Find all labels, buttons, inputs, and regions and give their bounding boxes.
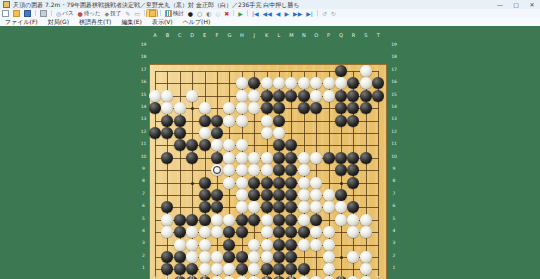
- toolbar-separator: [233, 10, 234, 16]
- window-title: 天頂の囲碁 7.2m・79年囲碁棋戦挑戦者決定戦／至野光丸（黒）対 金正郎（白）…: [13, 0, 492, 9]
- white-stone-H18: [236, 77, 248, 89]
- black-stone-D12: [186, 152, 198, 164]
- coord-number-left: 17: [139, 67, 148, 73]
- white-stone-P9: [323, 189, 335, 201]
- white-stone-R6: [347, 226, 359, 238]
- coord-letter-top: M: [285, 32, 297, 38]
- white-stone-N9: [298, 189, 310, 201]
- coord-number-right: 6: [389, 203, 399, 209]
- edit-pencil-button[interactable]: ✎: [124, 10, 132, 17]
- white-stone-L18: [273, 77, 285, 89]
- nav-forward10-button[interactable]: ▶▶: [292, 10, 304, 17]
- coord-letter-top: N: [298, 32, 310, 38]
- white-stone-G7: [223, 214, 235, 226]
- white-stone-R4: [347, 251, 359, 263]
- coord-number-left: 11: [139, 141, 148, 147]
- white-stone-F13: [211, 139, 223, 151]
- black-stone-T17: [372, 90, 384, 102]
- coord-letter-bottom: K: [261, 275, 273, 279]
- erase-icon: ◇: [216, 10, 221, 17]
- delete-button[interactable]: ✖: [223, 10, 231, 17]
- maximize-button[interactable]: ▢: [508, 0, 524, 9]
- white-stone-P6: [323, 226, 335, 238]
- toolbar-separator: [317, 10, 318, 16]
- white-stone-S6: [360, 226, 372, 238]
- coord-number-right: 4: [389, 228, 399, 234]
- black-stone-P12: [323, 152, 335, 164]
- white-stone-M18: [285, 77, 297, 89]
- coord-number-right: 1: [389, 265, 399, 271]
- white-stone-N8: [298, 201, 310, 213]
- white-stone-P5: [323, 239, 335, 251]
- black-stone-L11: [273, 164, 285, 176]
- board-panel-icon: [149, 10, 156, 17]
- coord-letter-bottom: Q: [335, 275, 347, 279]
- black-stone-E8: [199, 201, 211, 213]
- black-stone-F12: [211, 152, 223, 164]
- black-stone-R12: [347, 152, 359, 164]
- coord-number-left: 16: [139, 79, 148, 85]
- toolbar-separator: [35, 10, 36, 16]
- white-stone-H8: [236, 201, 248, 213]
- coord-letter-top: P: [323, 32, 335, 38]
- black-stone-C15: [174, 115, 186, 127]
- black-stone-J10: [248, 177, 260, 189]
- analysis-icon: [165, 10, 172, 17]
- menu-item-3[interactable]: 編集(E): [116, 17, 146, 26]
- coord-letter-bottom: T: [372, 275, 384, 279]
- coord-number-left: 18: [139, 54, 148, 60]
- rotate-right-button[interactable]: ↻: [329, 10, 337, 17]
- white-stone-Q8: [335, 201, 347, 213]
- black-stone-K3: [261, 263, 273, 275]
- white-stone-G15: [223, 115, 235, 127]
- coord-number-left: 2: [139, 253, 148, 259]
- board-grid[interactable]: [155, 71, 379, 279]
- white-stone-O12: [310, 152, 322, 164]
- black-stone-C6: [174, 226, 186, 238]
- menu-item-1[interactable]: 対局(G): [43, 17, 74, 26]
- white-stone-H13: [236, 139, 248, 151]
- nav-back-icon: ◀: [276, 10, 281, 17]
- black-stone-tool[interactable]: ●: [186, 10, 194, 17]
- toolbar-separator: [160, 10, 161, 16]
- coord-letter-top: S: [360, 32, 372, 38]
- black-stone-M7: [285, 214, 297, 226]
- alternate-stone-icon: ◐: [206, 10, 211, 17]
- white-stone-S19: [360, 65, 372, 77]
- white-stone-N12: [298, 152, 310, 164]
- black-stone-M10: [285, 177, 297, 189]
- coord-letter-bottom: P: [323, 275, 335, 279]
- black-stone-R10: [347, 177, 359, 189]
- coord-letter-top: C: [174, 32, 186, 38]
- black-stone-C14: [174, 127, 186, 139]
- white-stone-O6: [310, 226, 322, 238]
- white-stone-K11: [261, 164, 273, 176]
- menu-item-0[interactable]: ファイル(F): [0, 17, 43, 26]
- nav-first-icon: |◀: [252, 10, 259, 17]
- black-stone-M17: [285, 90, 297, 102]
- white-stone-H10: [236, 177, 248, 189]
- black-stone-S17: [360, 90, 372, 102]
- black-stone-A16: [149, 102, 161, 114]
- black-stone-R16: [347, 102, 359, 114]
- white-stone-E3: [199, 263, 211, 275]
- white-stone-E5: [199, 239, 211, 251]
- client-area: AABBCCDDEEFFGGHHJJKKLLMMNNOOPPQQRRSSTT19…: [0, 26, 540, 279]
- white-stone-J16: [248, 102, 260, 114]
- black-stone-E9: [199, 189, 211, 201]
- alternate-stone-tool[interactable]: ◐: [205, 10, 213, 17]
- new-file-button[interactable]: [1, 10, 11, 17]
- minimize-button[interactable]: —: [492, 0, 508, 9]
- white-stone-J3: [248, 263, 260, 275]
- white-stone-D4: [186, 251, 198, 263]
- white-stone-K12: [261, 152, 273, 164]
- coord-letter-bottom: C: [174, 275, 186, 279]
- black-stone-K9: [261, 189, 273, 201]
- comment-icon: ▭: [134, 10, 140, 17]
- toolbar-separator: [51, 10, 52, 16]
- black-stone-L3: [273, 263, 285, 275]
- white-stone-G10: [223, 177, 235, 189]
- new-file-icon: [2, 10, 9, 17]
- white-stone-icon: ○: [197, 10, 202, 17]
- white-stone-P3: [323, 263, 335, 275]
- star-point: [340, 256, 343, 259]
- white-stone-K15: [261, 115, 273, 127]
- coord-letter-top: F: [211, 32, 223, 38]
- coord-number-right: 9: [389, 166, 399, 172]
- app-window: 天頂の囲碁 7.2m・79年囲碁棋戦挑戦者決定戦／至野光丸（黒）対 金正郎（白）…: [0, 0, 540, 279]
- coord-number-right: 19: [389, 42, 399, 48]
- coord-letter-top: E: [199, 32, 211, 38]
- black-stone-C7: [174, 214, 186, 226]
- black-stone-E7: [199, 214, 211, 226]
- white-stone-K18: [261, 77, 273, 89]
- nav-forward-button[interactable]: ▶: [283, 10, 291, 17]
- white-stone-J12: [248, 152, 260, 164]
- black-stone-M8: [285, 201, 297, 213]
- black-stone-K16: [261, 102, 273, 114]
- black-stone-R18: [347, 77, 359, 89]
- white-stone-P18: [323, 77, 335, 89]
- menu-item-4[interactable]: 表示(V): [147, 17, 178, 26]
- black-stone-N17: [298, 90, 310, 102]
- black-stone-D13: [186, 139, 198, 151]
- black-stone-E10: [199, 177, 211, 189]
- coord-number-right: 8: [389, 178, 399, 184]
- white-stone-S3: [360, 263, 372, 275]
- coord-number-left: 3: [139, 240, 148, 246]
- black-stone-J18: [248, 77, 260, 89]
- black-stone-R11: [347, 164, 359, 176]
- white-stone-Q7: [335, 214, 347, 226]
- star-point: [191, 107, 194, 110]
- black-stone-Q16: [335, 102, 347, 114]
- white-stone-N7: [298, 214, 310, 226]
- coord-number-left: 5: [139, 216, 148, 222]
- black-stone-K10: [261, 177, 273, 189]
- toolbar-separator: [144, 10, 145, 16]
- white-stone-G3: [223, 263, 235, 275]
- white-stone-B16: [161, 102, 173, 114]
- coord-number-right: 11: [389, 141, 399, 147]
- nav-forward-icon: ▶: [284, 10, 289, 17]
- print-button[interactable]: [39, 10, 49, 17]
- white-stone-K7: [261, 214, 273, 226]
- white-stone-S4: [360, 251, 372, 263]
- black-stone-L13: [273, 139, 285, 151]
- coord-number-left: 6: [139, 203, 148, 209]
- resign-icon: ◆: [105, 10, 110, 17]
- analysis-button[interactable]: 検討: [163, 10, 185, 17]
- black-stone-G6: [223, 226, 235, 238]
- white-stone-O9: [310, 189, 322, 201]
- black-stone-C3: [174, 263, 186, 275]
- coord-number-right: 14: [389, 104, 399, 110]
- black-stone-L7: [273, 214, 285, 226]
- print-icon: [40, 10, 47, 17]
- white-stone-H17: [236, 90, 248, 102]
- black-stone-L9: [273, 189, 285, 201]
- coord-letter-bottom: O: [310, 275, 322, 279]
- black-stone-J9: [248, 189, 260, 201]
- coord-letter-top: T: [372, 32, 384, 38]
- white-stone-G11: [223, 164, 235, 176]
- black-stone-O7: [310, 214, 322, 226]
- coord-number-left: 10: [139, 154, 148, 160]
- black-stone-L5: [273, 239, 285, 251]
- coord-letter-bottom: R: [347, 275, 359, 279]
- coord-letter-top: B: [161, 32, 173, 38]
- white-stone-D5: [186, 239, 198, 251]
- erase-tool[interactable]: ◇: [214, 10, 222, 17]
- coord-number-left: 15: [139, 92, 148, 98]
- nav-back10-icon: ◀◀: [263, 10, 272, 17]
- coord-letter-top: A: [149, 32, 161, 38]
- white-stone-Q18: [335, 77, 347, 89]
- white-stone-F7: [211, 214, 223, 226]
- rotate-left-icon: ↺: [322, 10, 327, 17]
- menu-item-5[interactable]: ヘルプ(H): [178, 17, 216, 26]
- black-stone-H4: [236, 251, 248, 263]
- coord-number-left: 19: [139, 42, 148, 48]
- black-stone-M3: [285, 263, 297, 275]
- black-stone-M11: [285, 164, 297, 176]
- resign-button[interactable]: ◆投了: [103, 10, 123, 17]
- black-stone-N3: [298, 263, 310, 275]
- white-stone-N18: [298, 77, 310, 89]
- white-stone-J17: [248, 90, 260, 102]
- nav-last-button[interactable]: ▶|: [305, 10, 315, 17]
- coord-letter-bottom: L: [273, 275, 285, 279]
- open-file-button[interactable]: [12, 10, 22, 17]
- coord-letter-bottom: M: [285, 275, 297, 279]
- nav-back10-button[interactable]: ◀◀: [261, 10, 273, 17]
- black-stone-E13: [199, 139, 211, 151]
- analysis-button-label: 検討: [173, 10, 184, 17]
- white-stone-tool[interactable]: ○: [196, 10, 204, 17]
- black-stone-N16: [298, 102, 310, 114]
- save-icon: [24, 10, 31, 17]
- coord-letter-bottom: A: [149, 275, 161, 279]
- white-stone-O17: [310, 90, 322, 102]
- coord-number-right: 16: [389, 79, 399, 85]
- black-stone-D3: [186, 263, 198, 275]
- black-stone-L12: [273, 152, 285, 164]
- black-stone-M9: [285, 189, 297, 201]
- black-stone-E15: [199, 115, 211, 127]
- coord-number-left: 13: [139, 116, 148, 122]
- white-stone-G13: [223, 139, 235, 151]
- black-stone-M12: [285, 152, 297, 164]
- black-stone-L6: [273, 226, 285, 238]
- rotate-right-icon: ↻: [331, 10, 336, 17]
- black-stone-S16: [360, 102, 372, 114]
- black-stone-B12: [161, 152, 173, 164]
- black-stone-Q9: [335, 189, 347, 201]
- white-stone-P17: [323, 90, 335, 102]
- black-stone-B3: [161, 263, 173, 275]
- white-stone-O8: [310, 201, 322, 213]
- black-stone-C13: [174, 139, 186, 151]
- go-board[interactable]: [149, 64, 387, 279]
- nav-back-button[interactable]: ◀: [274, 10, 282, 17]
- close-button[interactable]: ✕: [524, 0, 540, 9]
- undo-move-button[interactable]: ●待った: [76, 10, 102, 17]
- white-stone-O10: [310, 177, 322, 189]
- black-stone-Q19: [335, 65, 347, 77]
- white-stone-O5: [310, 239, 322, 251]
- white-stone-J4: [248, 251, 260, 263]
- black-stone-N6: [298, 226, 310, 238]
- pass-button-label: パス: [62, 10, 73, 17]
- grid-line: [378, 71, 379, 279]
- white-stone-K5: [261, 239, 273, 251]
- coord-letter-top: J: [248, 32, 260, 38]
- black-stone-C4: [174, 251, 186, 263]
- white-stone-B7: [161, 214, 173, 226]
- white-stone-K4: [261, 251, 273, 263]
- white-stone-B17: [161, 90, 173, 102]
- white-stone-S7: [360, 214, 372, 226]
- coord-letter-top: H: [236, 32, 248, 38]
- coord-letter-bottom: N: [298, 275, 310, 279]
- pass-icon: ◎: [56, 10, 61, 17]
- coord-letter-bottom: D: [186, 275, 198, 279]
- title-bar: 天頂の囲碁 7.2m・79年囲碁棋戦挑戦者決定戦／至野光丸（黒）対 金正郎（白）…: [0, 0, 540, 9]
- white-stone-O18: [310, 77, 322, 89]
- coord-letter-bottom: B: [161, 275, 173, 279]
- black-stone-F15: [211, 115, 223, 127]
- coord-letter-bottom: H: [236, 275, 248, 279]
- white-stone-N5: [298, 239, 310, 251]
- black-stone-H7: [236, 214, 248, 226]
- black-stone-M5: [285, 239, 297, 251]
- black-stone-B14: [161, 127, 173, 139]
- white-stone-A17: [149, 90, 161, 102]
- coord-letter-bottom: E: [199, 275, 211, 279]
- coord-number-left: 4: [139, 228, 148, 234]
- coord-letter-bottom: J: [248, 275, 260, 279]
- black-stone-L4: [273, 251, 285, 263]
- black-stone-L8: [273, 201, 285, 213]
- white-stone-R7: [347, 214, 359, 226]
- board-panel-toggle[interactable]: [147, 10, 157, 17]
- nav-first-button[interactable]: |◀: [250, 10, 260, 17]
- coord-letter-top: D: [186, 32, 198, 38]
- white-stone-F4: [211, 251, 223, 263]
- white-stone-K6: [261, 226, 273, 238]
- black-stone-T18: [372, 77, 384, 89]
- black-stone-F9: [211, 189, 223, 201]
- coord-letter-top: G: [223, 32, 235, 38]
- white-stone-D6: [186, 226, 198, 238]
- coord-letter-top: R: [347, 32, 359, 38]
- toolbar-separator: [247, 10, 248, 16]
- undo-move-icon: ●: [78, 10, 83, 17]
- white-stone-H12: [236, 152, 248, 164]
- white-stone-E4: [199, 251, 211, 263]
- white-stone-F3: [211, 263, 223, 275]
- coord-number-right: 17: [389, 67, 399, 73]
- white-stone-L14: [273, 127, 285, 139]
- black-stone-R15: [347, 115, 359, 127]
- white-stone-G12: [223, 152, 235, 164]
- coord-number-right: 15: [389, 92, 399, 98]
- save-button[interactable]: [23, 10, 33, 17]
- white-stone-H16: [236, 102, 248, 114]
- black-stone-Q12: [335, 152, 347, 164]
- black-stone-M13: [285, 139, 297, 151]
- coord-letter-top: Q: [335, 32, 347, 38]
- white-stone-H9: [236, 189, 248, 201]
- white-stone-J5: [248, 239, 260, 251]
- white-stone-H15: [236, 115, 248, 127]
- edit-pencil-icon: ✎: [125, 10, 130, 17]
- play-icon: ▶: [238, 10, 243, 17]
- star-point: [340, 182, 343, 185]
- pass-button[interactable]: ◎パス: [55, 10, 76, 17]
- white-stone-C5: [174, 239, 186, 251]
- black-stone-K8: [261, 201, 273, 213]
- coord-letter-top: O: [310, 32, 322, 38]
- coord-number-left: 8: [139, 178, 148, 184]
- last-move-marker: [213, 166, 221, 174]
- coord-number-right: 18: [389, 54, 399, 60]
- white-stone-B6: [161, 226, 173, 238]
- black-stone-S12: [360, 152, 372, 164]
- white-stone-P8: [323, 201, 335, 213]
- rotate-left-button[interactable]: ↺: [320, 10, 328, 17]
- black-stone-F14: [211, 127, 223, 139]
- white-stone-H11: [236, 164, 248, 176]
- play-button[interactable]: ▶: [237, 10, 245, 17]
- coord-number-left: 12: [139, 129, 148, 135]
- menu-item-2[interactable]: 棋譜再生(T): [74, 17, 116, 26]
- white-stone-N10: [298, 177, 310, 189]
- black-stone-M4: [285, 251, 297, 263]
- black-stone-L16: [273, 102, 285, 114]
- black-stone-Q11: [335, 164, 347, 176]
- coord-letter-bottom: G: [223, 275, 235, 279]
- white-stone-K14: [261, 127, 273, 139]
- coord-letter-top: K: [261, 32, 273, 38]
- comment-button[interactable]: ▭: [133, 10, 142, 17]
- coord-letter-bottom: S: [360, 275, 372, 279]
